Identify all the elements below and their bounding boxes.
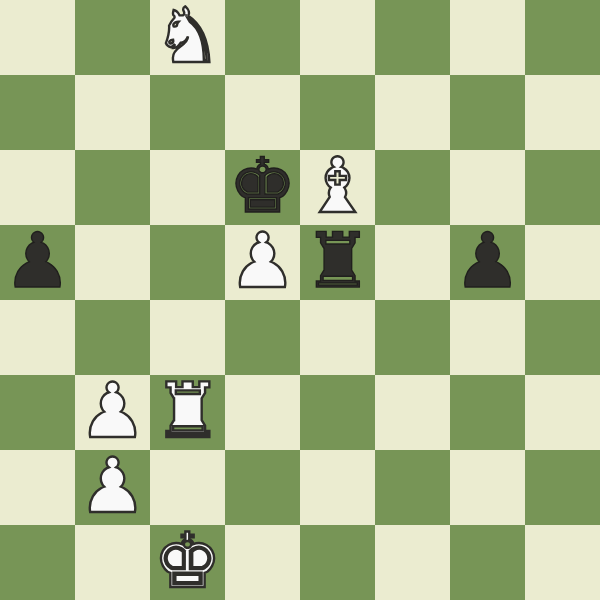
chess-board: ♞♚♝♟♟♜♟♟♜♟♚ [0, 0, 600, 600]
square-e5[interactable]: ♜ [300, 225, 375, 300]
white-pawn-piece[interactable]: ♟ [228, 223, 296, 298]
square-d3[interactable] [225, 375, 300, 450]
white-king-piece[interactable]: ♚ [153, 523, 221, 598]
black-pawn-piece[interactable]: ♟ [453, 223, 521, 298]
square-h6[interactable] [525, 150, 600, 225]
square-a1[interactable] [0, 525, 75, 600]
square-g1[interactable] [450, 525, 525, 600]
square-c1[interactable]: ♚ [150, 525, 225, 600]
square-b5[interactable] [75, 225, 150, 300]
square-g4[interactable] [450, 300, 525, 375]
square-a8[interactable] [0, 0, 75, 75]
square-f4[interactable] [375, 300, 450, 375]
square-a3[interactable] [0, 375, 75, 450]
square-g5[interactable]: ♟ [450, 225, 525, 300]
black-king-piece[interactable]: ♚ [228, 148, 296, 223]
square-d1[interactable] [225, 525, 300, 600]
square-d8[interactable] [225, 0, 300, 75]
white-bishop-piece[interactable]: ♝ [303, 148, 371, 223]
square-e8[interactable] [300, 0, 375, 75]
square-d6[interactable]: ♚ [225, 150, 300, 225]
square-c4[interactable] [150, 300, 225, 375]
square-c5[interactable] [150, 225, 225, 300]
square-c7[interactable] [150, 75, 225, 150]
square-h7[interactable] [525, 75, 600, 150]
square-h5[interactable] [525, 225, 600, 300]
square-c8[interactable]: ♞ [150, 0, 225, 75]
square-f1[interactable] [375, 525, 450, 600]
square-f3[interactable] [375, 375, 450, 450]
square-a7[interactable] [0, 75, 75, 150]
square-e7[interactable] [300, 75, 375, 150]
square-f2[interactable] [375, 450, 450, 525]
square-b7[interactable] [75, 75, 150, 150]
square-h3[interactable] [525, 375, 600, 450]
square-a6[interactable] [0, 150, 75, 225]
square-c2[interactable] [150, 450, 225, 525]
square-c6[interactable] [150, 150, 225, 225]
square-a2[interactable] [0, 450, 75, 525]
square-c3[interactable]: ♜ [150, 375, 225, 450]
white-knight-piece[interactable]: ♞ [153, 0, 221, 73]
square-b1[interactable] [75, 525, 150, 600]
square-d2[interactable] [225, 450, 300, 525]
square-e2[interactable] [300, 450, 375, 525]
square-f6[interactable] [375, 150, 450, 225]
black-pawn-piece[interactable]: ♟ [3, 223, 71, 298]
square-a4[interactable] [0, 300, 75, 375]
square-e1[interactable] [300, 525, 375, 600]
square-g3[interactable] [450, 375, 525, 450]
square-g2[interactable] [450, 450, 525, 525]
square-b4[interactable] [75, 300, 150, 375]
square-h8[interactable] [525, 0, 600, 75]
square-a5[interactable]: ♟ [0, 225, 75, 300]
square-h4[interactable] [525, 300, 600, 375]
square-e4[interactable] [300, 300, 375, 375]
square-f5[interactable] [375, 225, 450, 300]
square-b6[interactable] [75, 150, 150, 225]
square-f7[interactable] [375, 75, 450, 150]
black-rook-piece[interactable]: ♜ [303, 223, 371, 298]
square-b2[interactable]: ♟ [75, 450, 150, 525]
square-g7[interactable] [450, 75, 525, 150]
white-pawn-piece[interactable]: ♟ [78, 448, 146, 523]
square-f8[interactable] [375, 0, 450, 75]
square-g8[interactable] [450, 0, 525, 75]
square-g6[interactable] [450, 150, 525, 225]
square-d7[interactable] [225, 75, 300, 150]
square-e3[interactable] [300, 375, 375, 450]
white-rook-piece[interactable]: ♜ [153, 373, 221, 448]
square-d4[interactable] [225, 300, 300, 375]
square-b3[interactable]: ♟ [75, 375, 150, 450]
square-e6[interactable]: ♝ [300, 150, 375, 225]
white-pawn-piece[interactable]: ♟ [78, 373, 146, 448]
square-b8[interactable] [75, 0, 150, 75]
square-h1[interactable] [525, 525, 600, 600]
square-d5[interactable]: ♟ [225, 225, 300, 300]
square-h2[interactable] [525, 450, 600, 525]
